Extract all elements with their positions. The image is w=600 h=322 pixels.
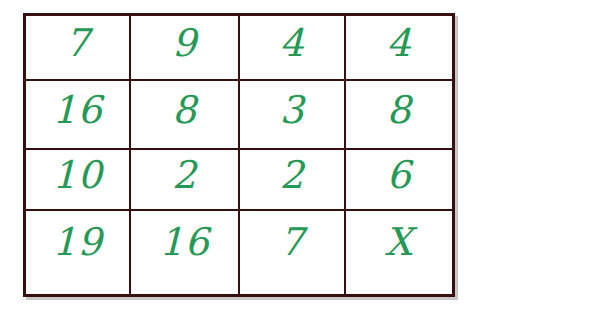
cell-r3c1: 10 [26,150,131,211]
puzzle-canvas: 7 9 4 4 16 8 3 8 10 2 2 6 19 16 7 X [0,0,600,322]
puzzle-grid: 7 9 4 4 16 8 3 8 10 2 2 6 19 16 7 X [23,13,455,297]
cell-r4c4-unknown: X [346,211,452,294]
cell-r1c3: 4 [240,16,346,81]
cell-r2c3: 3 [240,81,346,150]
cell-r2c1: 16 [26,81,131,150]
cell-r1c4: 4 [346,16,452,81]
cell-r4c1: 19 [26,211,131,294]
cell-r4c2: 16 [131,211,240,294]
cell-r4c3: 7 [240,211,346,294]
cell-r1c2: 9 [131,16,240,81]
cell-r2c2: 8 [131,81,240,150]
cell-r3c4: 6 [346,150,452,211]
cell-r2c4: 8 [346,81,452,150]
cell-r1c1: 7 [26,16,131,81]
cell-r3c3: 2 [240,150,346,211]
cell-r3c2: 2 [131,150,240,211]
